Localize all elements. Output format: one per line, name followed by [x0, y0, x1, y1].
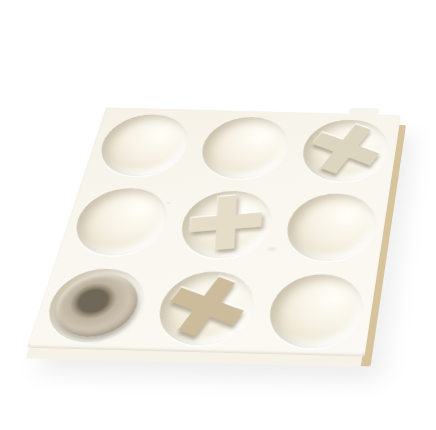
recess-r2c3: [280, 192, 380, 261]
recess-r3c1: [38, 267, 152, 343]
recess-r2c1: [66, 186, 174, 255]
cell-r2c1[interactable]: [55, 180, 184, 263]
recess-r1c1: [92, 113, 195, 176]
o-piece[interactable]: [46, 272, 145, 337]
cell-r2c3[interactable]: [270, 185, 389, 268]
x-piece[interactable]: ✚: [289, 110, 400, 190]
cell-r1c3[interactable]: ✚: [287, 112, 401, 188]
x-piece[interactable]: ✚: [144, 261, 267, 355]
recess-r1c3: ✚: [296, 118, 391, 182]
cell-r2c2[interactable]: ✚: [162, 183, 286, 266]
x-piece[interactable]: ✚: [182, 187, 267, 260]
recess-r3c3: [262, 272, 367, 348]
tictactoe-board: ✚✚✚: [26, 107, 400, 356]
cell-r3c2[interactable]: ✚: [139, 262, 270, 353]
recess-r3c2: ✚: [150, 270, 260, 346]
product-photo-scene: ✚✚✚: [0, 0, 436, 430]
cell-r1c1[interactable]: [81, 107, 203, 183]
recess-r1c2: [194, 115, 293, 179]
board-perspective-wrapper: ✚✚✚: [31, 62, 421, 383]
recess-r2c2: ✚: [173, 189, 277, 258]
